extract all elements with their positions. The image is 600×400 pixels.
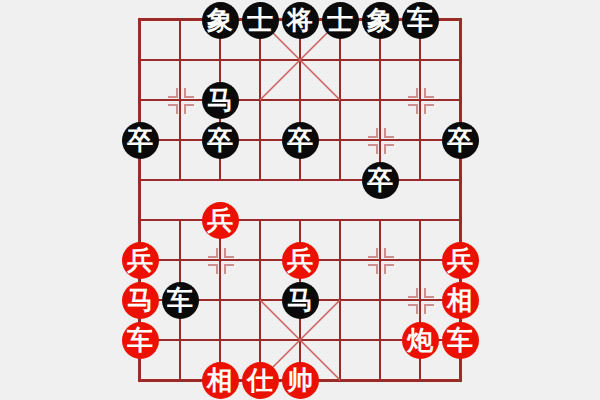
point-marker [424,288,434,298]
point-marker [224,264,234,274]
piece-black-chariot[interactable]: 车 [162,282,199,319]
piece-red-horse[interactable]: 马 [122,282,159,319]
point-marker [384,248,394,258]
piece-black-soldier[interactable]: 卒 [362,162,399,199]
point-marker [384,128,394,138]
point-marker [424,304,434,314]
point-marker [168,88,178,98]
piece-black-advisor[interactable]: 士 [322,2,359,39]
piece-red-soldier[interactable]: 兵 [442,242,479,279]
piece-black-general[interactable]: 将 [282,2,319,39]
point-marker [208,264,218,274]
point-marker [408,288,418,298]
point-marker [384,264,394,274]
piece-black-elephant[interactable]: 象 [362,2,399,39]
point-marker [368,248,378,258]
point-marker [368,144,378,154]
xiangqi-board[interactable]: 象士将士象车马卒卒卒卒卒兵兵兵兵马车马相车炮车相仕帅 [0,0,600,400]
piece-red-elephant[interactable]: 相 [202,362,239,399]
piece-black-soldier[interactable]: 卒 [202,122,239,159]
xiangqi-app: 象士将士象车马卒卒卒卒卒兵兵兵兵马车马相车炮车相仕帅 [0,0,600,400]
piece-red-chariot[interactable]: 车 [442,322,479,359]
piece-red-cannon[interactable]: 炮 [402,322,439,359]
piece-black-soldier[interactable]: 卒 [282,122,319,159]
piece-red-soldier[interactable]: 兵 [202,202,239,239]
point-marker [384,144,394,154]
piece-black-soldier[interactable]: 卒 [442,122,479,159]
point-marker [424,104,434,114]
point-marker [368,264,378,274]
piece-black-chariot[interactable]: 车 [402,2,439,39]
point-marker [208,248,218,258]
piece-black-horse[interactable]: 马 [282,282,319,319]
point-marker [408,104,418,114]
piece-black-soldier[interactable]: 卒 [122,122,159,159]
piece-red-soldier[interactable]: 兵 [282,242,319,279]
piece-black-elephant[interactable]: 象 [202,2,239,39]
piece-black-horse[interactable]: 马 [202,82,239,119]
point-marker [408,88,418,98]
piece-red-soldier[interactable]: 兵 [122,242,159,279]
point-marker [424,88,434,98]
point-marker [408,304,418,314]
piece-red-general[interactable]: 帅 [282,362,319,399]
piece-red-chariot[interactable]: 车 [122,322,159,359]
piece-black-advisor[interactable]: 士 [242,2,279,39]
point-marker [184,88,194,98]
piece-red-elephant[interactable]: 相 [442,282,479,319]
point-marker [184,104,194,114]
point-marker [168,104,178,114]
point-marker [224,248,234,258]
piece-red-advisor[interactable]: 仕 [242,362,279,399]
point-marker [368,128,378,138]
